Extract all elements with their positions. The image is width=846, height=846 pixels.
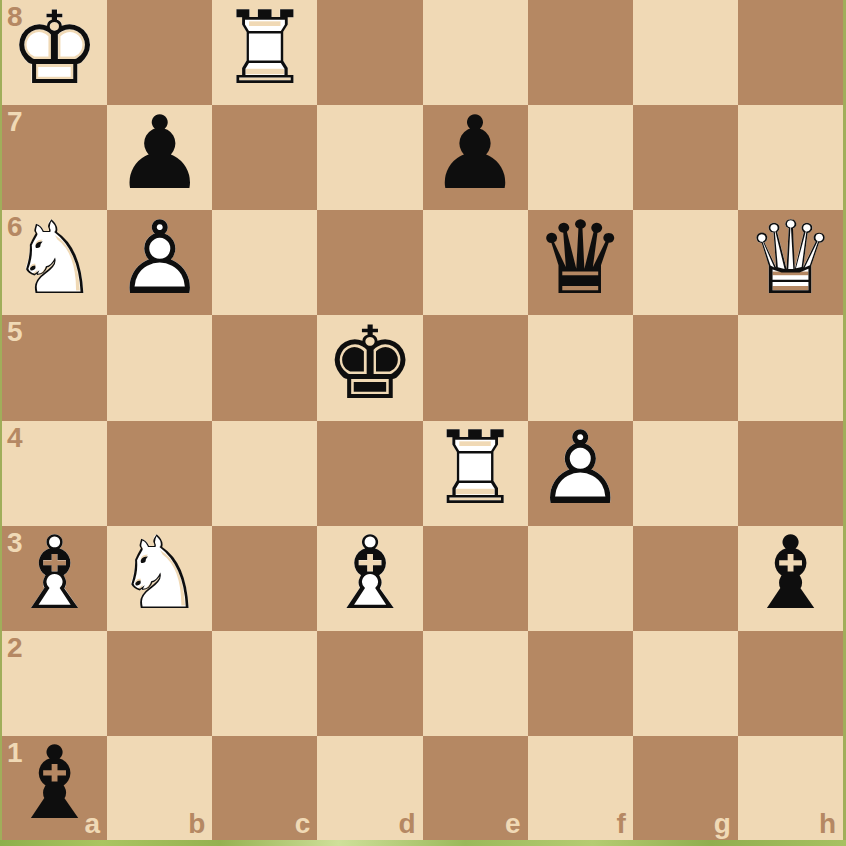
square-a5[interactable]: 5: [2, 315, 107, 420]
square-d1[interactable]: d: [317, 736, 422, 841]
square-c7[interactable]: [212, 105, 317, 210]
chess-board: 8♚♔♜♖7♟♟6♞♘♟♙♛♛♕5♚4♜♖♟♙3♝♗♞♘♝♗♝21a♝bcdef…: [2, 0, 843, 841]
black-pawn-fill: ♟: [114, 103, 205, 204]
square-e1[interactable]: e: [423, 736, 528, 841]
square-b2[interactable]: [107, 631, 212, 736]
square-e5[interactable]: [423, 315, 528, 420]
piece-black-king-icon[interactable]: ♚: [317, 315, 422, 420]
square-g5[interactable]: [633, 315, 738, 420]
square-h2[interactable]: [738, 631, 843, 736]
square-a4[interactable]: 4: [2, 421, 107, 526]
square-a3[interactable]: 3♝♗: [2, 526, 107, 631]
square-d8[interactable]: [317, 0, 422, 105]
white-pawn-outline: ♙: [535, 419, 626, 520]
rank-label-2: 2: [7, 634, 23, 662]
file-label-g: g: [714, 810, 731, 838]
square-c1[interactable]: c: [212, 736, 317, 841]
file-label-c: c: [295, 810, 311, 838]
square-e4[interactable]: ♜♖: [423, 421, 528, 526]
black-king-fill: ♚: [325, 313, 416, 414]
chess-app-stage: 8♚♔♜♖7♟♟6♞♘♟♙♛♛♕5♚4♜♖♟♙3♝♗♞♘♝♗♝21a♝bcdef…: [0, 0, 846, 846]
file-label-h: h: [819, 810, 836, 838]
file-label-e: e: [505, 810, 521, 838]
square-e6[interactable]: [423, 210, 528, 315]
piece-white-pawn-icon[interactable]: ♟♙: [107, 210, 212, 315]
square-b4[interactable]: [107, 421, 212, 526]
square-c4[interactable]: [212, 421, 317, 526]
piece-black-queen-icon[interactable]: ♛: [528, 210, 633, 315]
square-f8[interactable]: [528, 0, 633, 105]
black-bishop-fill: ♝: [9, 734, 100, 835]
piece-white-rook-icon[interactable]: ♜♖: [423, 421, 528, 526]
square-d4[interactable]: [317, 421, 422, 526]
square-h6[interactable]: ♛♕: [738, 210, 843, 315]
square-g1[interactable]: g: [633, 736, 738, 841]
background-grass-strip: [0, 840, 846, 846]
white-bishop-outline: ♗: [325, 524, 416, 625]
white-bishop-outline: ♗: [9, 524, 100, 625]
square-h4[interactable]: [738, 421, 843, 526]
square-b6[interactable]: ♟♙: [107, 210, 212, 315]
square-a8[interactable]: 8♚♔: [2, 0, 107, 105]
square-g2[interactable]: [633, 631, 738, 736]
square-g4[interactable]: [633, 421, 738, 526]
square-d5[interactable]: ♚: [317, 315, 422, 420]
file-label-d: d: [398, 810, 415, 838]
black-pawn-fill: ♟: [430, 103, 521, 204]
white-knight-outline: ♘: [114, 524, 205, 625]
rank-label-7: 7: [7, 108, 23, 136]
square-f2[interactable]: [528, 631, 633, 736]
black-queen-fill: ♛: [535, 208, 626, 309]
square-c3[interactable]: [212, 526, 317, 631]
square-e2[interactable]: [423, 631, 528, 736]
square-e3[interactable]: [423, 526, 528, 631]
square-h7[interactable]: [738, 105, 843, 210]
square-b5[interactable]: [107, 315, 212, 420]
rank-label-4: 4: [7, 424, 23, 452]
piece-black-bishop-icon[interactable]: ♝: [738, 526, 843, 631]
square-g8[interactable]: [633, 0, 738, 105]
square-a2[interactable]: 2: [2, 631, 107, 736]
square-a6[interactable]: 6♞♘: [2, 210, 107, 315]
piece-black-bishop-icon[interactable]: ♝: [2, 736, 107, 841]
file-label-f: f: [616, 810, 625, 838]
piece-white-king-icon[interactable]: ♚♔: [2, 0, 107, 105]
square-b3[interactable]: ♞♘: [107, 526, 212, 631]
piece-white-rook-icon[interactable]: ♜♖: [212, 0, 317, 105]
square-e8[interactable]: [423, 0, 528, 105]
piece-white-queen-icon[interactable]: ♛♕: [738, 210, 843, 315]
piece-white-bishop-icon[interactable]: ♝♗: [2, 526, 107, 631]
piece-white-knight-icon[interactable]: ♞♘: [107, 526, 212, 631]
square-g7[interactable]: [633, 105, 738, 210]
square-h1[interactable]: h: [738, 736, 843, 841]
white-rook-outline: ♖: [430, 419, 521, 520]
square-g6[interactable]: [633, 210, 738, 315]
square-c2[interactable]: [212, 631, 317, 736]
square-h5[interactable]: [738, 315, 843, 420]
square-d7[interactable]: [317, 105, 422, 210]
piece-white-bishop-icon[interactable]: ♝♗: [317, 526, 422, 631]
white-rook-outline: ♖: [220, 0, 311, 99]
file-label-b: b: [188, 810, 205, 838]
square-c5[interactable]: [212, 315, 317, 420]
piece-black-pawn-icon[interactable]: ♟: [423, 105, 528, 210]
square-a7[interactable]: 7: [2, 105, 107, 210]
square-f5[interactable]: [528, 315, 633, 420]
white-king-outline: ♔: [9, 0, 100, 99]
square-c6[interactable]: [212, 210, 317, 315]
square-f6[interactable]: ♛: [528, 210, 633, 315]
white-queen-outline: ♕: [745, 208, 836, 309]
square-d6[interactable]: [317, 210, 422, 315]
piece-white-knight-icon[interactable]: ♞♘: [2, 210, 107, 315]
square-b7[interactable]: ♟: [107, 105, 212, 210]
piece-black-pawn-icon[interactable]: ♟: [107, 105, 212, 210]
square-c8[interactable]: ♜♖: [212, 0, 317, 105]
square-a1[interactable]: 1a♝: [2, 736, 107, 841]
square-f3[interactable]: [528, 526, 633, 631]
square-d2[interactable]: [317, 631, 422, 736]
piece-white-pawn-icon[interactable]: ♟♙: [528, 421, 633, 526]
square-f7[interactable]: [528, 105, 633, 210]
square-h8[interactable]: [738, 0, 843, 105]
black-bishop-fill: ♝: [745, 524, 836, 625]
white-pawn-outline: ♙: [114, 208, 205, 309]
square-e7[interactable]: ♟: [423, 105, 528, 210]
square-b8[interactable]: [107, 0, 212, 105]
square-g3[interactable]: [633, 526, 738, 631]
square-d3[interactable]: ♝♗: [317, 526, 422, 631]
square-f1[interactable]: f: [528, 736, 633, 841]
square-f4[interactable]: ♟♙: [528, 421, 633, 526]
rank-label-5: 5: [7, 318, 23, 346]
white-knight-outline: ♘: [9, 208, 100, 309]
square-b1[interactable]: b: [107, 736, 212, 841]
square-h3[interactable]: ♝: [738, 526, 843, 631]
